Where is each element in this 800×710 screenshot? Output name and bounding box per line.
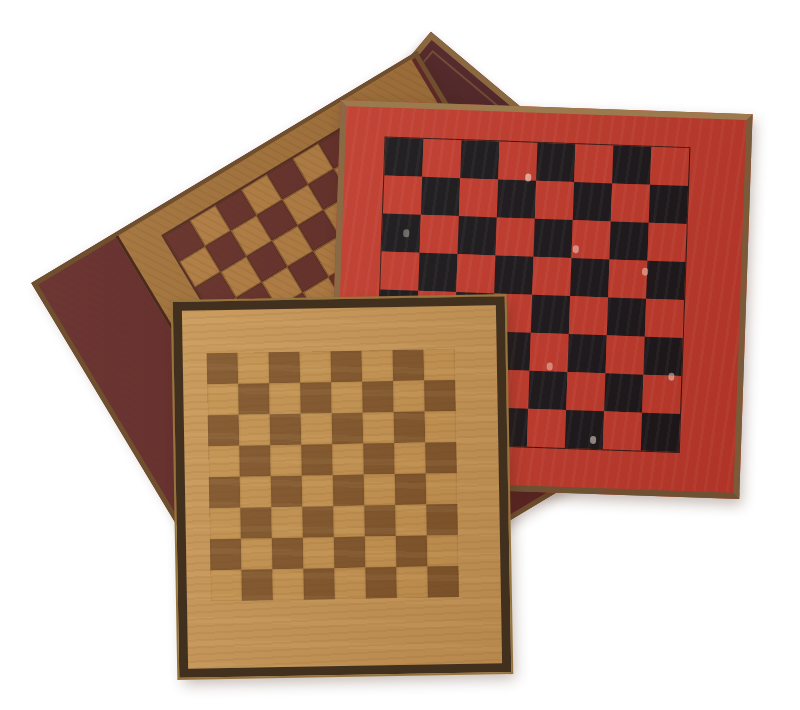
board-cell — [238, 383, 270, 415]
board-cell — [269, 383, 301, 415]
board-cell — [238, 352, 270, 384]
photo-canvas — [0, 0, 800, 710]
board-cell — [535, 181, 574, 220]
board-cell — [363, 412, 395, 444]
board-cell — [303, 568, 335, 600]
board-cell — [608, 259, 647, 298]
board-cell — [420, 215, 459, 254]
board-cell — [301, 413, 333, 445]
board-cell — [384, 138, 423, 177]
board-tan-wood — [173, 296, 512, 678]
board-cell — [394, 443, 426, 475]
board-cell — [395, 505, 427, 537]
board-cell — [393, 381, 425, 413]
board-cell — [380, 251, 419, 290]
board-cell — [332, 413, 364, 445]
board-cell — [209, 477, 241, 509]
board-cell — [611, 183, 650, 222]
board-cell — [207, 353, 239, 385]
board-cell — [210, 570, 242, 602]
board-cell — [421, 177, 460, 216]
board-cell — [603, 411, 642, 450]
board-cell — [426, 504, 458, 536]
board-cell — [424, 380, 456, 412]
board-cell — [569, 296, 608, 335]
board-cell — [528, 371, 567, 410]
board-cell — [422, 139, 461, 178]
board-cell — [612, 145, 651, 184]
board-cell — [604, 373, 643, 412]
board-cell — [458, 216, 497, 255]
board-cell — [365, 536, 397, 568]
board-cell — [459, 178, 498, 217]
board-cell — [334, 568, 366, 600]
board-cell — [536, 143, 575, 182]
board-cell — [333, 475, 365, 507]
board-cell — [642, 375, 681, 414]
board-cell — [607, 297, 646, 336]
board-cell — [302, 475, 334, 507]
board-cell — [272, 569, 304, 601]
board-cell — [574, 144, 613, 183]
board-cell — [271, 476, 303, 508]
board-cell — [570, 258, 609, 297]
board-cell — [573, 182, 612, 221]
board-cell — [208, 415, 240, 447]
board-cell — [425, 411, 457, 443]
board-cell — [460, 140, 499, 179]
board-cell — [645, 299, 684, 338]
board-cell — [272, 538, 304, 570]
board-cell — [425, 442, 457, 474]
board-cell — [643, 337, 682, 376]
board-cell — [647, 223, 686, 262]
board-cell — [332, 444, 364, 476]
board-cell — [426, 473, 458, 505]
board-cell — [566, 372, 605, 411]
board-cell — [396, 567, 428, 599]
board-cell — [394, 412, 426, 444]
board-cell — [383, 175, 422, 214]
board-cell — [396, 536, 428, 568]
board-cell — [641, 413, 680, 452]
board-cell — [333, 506, 365, 538]
board-cell — [427, 566, 459, 598]
board-cell — [424, 349, 456, 381]
checkerboard-grid-tan — [207, 349, 459, 601]
board-cell — [209, 508, 241, 540]
board-cell — [649, 185, 688, 224]
board-cell — [567, 334, 606, 373]
board-cell — [270, 414, 302, 446]
board-cell — [271, 507, 303, 539]
board-cell — [605, 335, 644, 374]
board-cell — [331, 382, 363, 414]
board-cell — [646, 261, 685, 300]
board-cell — [365, 567, 397, 599]
board-cell — [494, 255, 533, 294]
board-cell — [531, 295, 570, 334]
board-cell — [363, 443, 395, 475]
board-cell — [609, 221, 648, 260]
board-cell — [427, 535, 459, 567]
board-cell — [497, 179, 536, 218]
board-cell — [565, 410, 604, 449]
board-cell — [364, 505, 396, 537]
board-cell — [210, 539, 242, 571]
paint-chip-specks — [346, 106, 350, 112]
board-cell — [334, 537, 366, 569]
board-cell — [650, 147, 689, 186]
board-cell — [303, 537, 335, 569]
board-cell — [527, 409, 566, 448]
board-cell — [418, 253, 457, 292]
board-cell — [362, 350, 394, 382]
board-cell — [302, 506, 334, 538]
board-cell — [498, 141, 537, 180]
board-cell — [239, 445, 271, 477]
board-cell — [300, 351, 332, 383]
board-cell — [364, 474, 396, 506]
board-cell — [241, 569, 273, 601]
board-cell — [532, 257, 571, 296]
board-cell — [207, 384, 239, 416]
board-cell — [241, 538, 273, 570]
board-cell — [571, 220, 610, 259]
board-cell — [362, 381, 394, 413]
board-cell — [533, 219, 572, 258]
board-cell — [530, 333, 569, 372]
board-cell — [496, 217, 535, 256]
board-cell — [301, 444, 333, 476]
board-cell — [239, 414, 271, 446]
board-cell — [240, 476, 272, 508]
board-cell — [240, 507, 272, 539]
board-cell — [300, 382, 332, 414]
board-cell — [331, 351, 363, 383]
board-cell — [269, 352, 301, 384]
board-cell — [270, 445, 302, 477]
board-cell — [395, 474, 427, 506]
board-cell — [456, 254, 495, 293]
board-cell — [208, 446, 240, 478]
board-cell — [382, 213, 421, 252]
board-cell — [393, 350, 425, 382]
